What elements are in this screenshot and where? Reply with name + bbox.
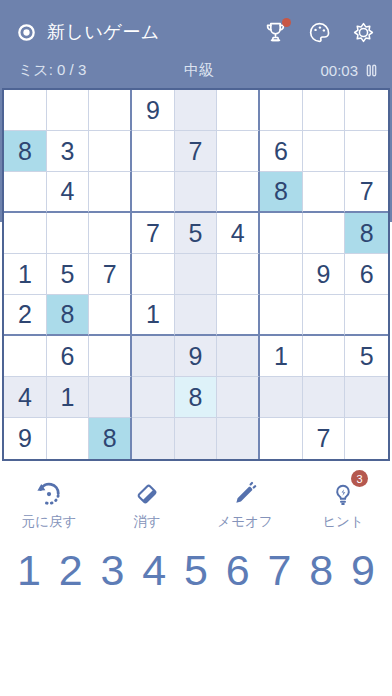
cell-r4c1[interactable] (4, 213, 47, 254)
palette-icon (307, 20, 332, 45)
cell-r1c8[interactable] (303, 90, 346, 131)
cell-r3c5[interactable] (175, 172, 218, 213)
theme-button[interactable] (307, 20, 332, 45)
cell-r1c1[interactable] (4, 90, 47, 131)
cell-r2c3[interactable] (89, 131, 132, 172)
cell-r5c4[interactable] (132, 254, 175, 295)
cell-r6c9[interactable] (345, 295, 388, 336)
cell-r5c8[interactable]: 9 (303, 254, 346, 295)
hint-label: ヒント (322, 513, 363, 531)
board-section: 983764877548157962816915418987 (0, 88, 392, 461)
record-icon (16, 22, 37, 43)
cell-r7c3[interactable] (89, 336, 132, 377)
cell-r4c5[interactable]: 5 (175, 213, 218, 254)
gear-icon (351, 20, 376, 45)
cell-r9c7[interactable] (260, 418, 303, 459)
cell-r8c6[interactable] (217, 377, 260, 418)
cell-r7c2[interactable]: 6 (47, 336, 90, 377)
cell-r1c7[interactable] (260, 90, 303, 131)
numpad-9[interactable]: 9 (351, 544, 375, 598)
cell-r6c1[interactable]: 2 (4, 295, 47, 336)
status-bar: ミス: 0 / 3 中級 00:03 (0, 58, 392, 88)
undo-icon (34, 479, 64, 509)
cell-r6c4[interactable]: 1 (132, 295, 175, 336)
timer-label: 00:03 (320, 62, 358, 79)
cell-r9c8[interactable]: 7 (303, 418, 346, 459)
numpad-1[interactable]: 1 (17, 544, 41, 598)
cell-r7c7[interactable]: 1 (260, 336, 303, 377)
cell-r7c5[interactable]: 9 (175, 336, 218, 377)
cell-r8c7[interactable] (260, 377, 303, 418)
cell-r1c6[interactable] (217, 90, 260, 131)
cell-r7c4[interactable] (132, 336, 175, 377)
cell-r5c5[interactable] (175, 254, 218, 295)
cell-r3c9[interactable]: 7 (345, 172, 388, 213)
cell-r7c9[interactable]: 5 (345, 336, 388, 377)
cell-r4c9[interactable]: 8 (345, 213, 388, 254)
cell-r5c3[interactable]: 7 (89, 254, 132, 295)
cell-r8c1[interactable]: 4 (4, 377, 47, 418)
cell-r4c3[interactable] (89, 213, 132, 254)
cell-r2c4[interactable] (132, 131, 175, 172)
cell-r6c5[interactable] (175, 295, 218, 336)
sudoku-app: 新しいゲーム (0, 0, 392, 696)
cell-r2c6[interactable] (217, 131, 260, 172)
cell-r8c5[interactable]: 8 (175, 377, 218, 418)
cell-r3c3[interactable] (89, 172, 132, 213)
new-game-button[interactable]: 新しいゲーム (16, 20, 160, 44)
cell-r9c1[interactable]: 9 (4, 418, 47, 459)
cell-r5c7[interactable] (260, 254, 303, 295)
eraser-icon (133, 480, 161, 508)
cell-r8c8[interactable] (303, 377, 346, 418)
cell-r2c2[interactable]: 3 (47, 131, 90, 172)
cell-r1c2[interactable] (47, 90, 90, 131)
undo-label: 元に戻す (22, 513, 77, 531)
cell-r4c7[interactable] (260, 213, 303, 254)
cell-r2c1[interactable]: 8 (4, 131, 47, 172)
settings-button[interactable] (351, 20, 376, 45)
cell-r7c8[interactable] (303, 336, 346, 377)
cell-r9c6[interactable] (217, 418, 260, 459)
cell-r1c5[interactable] (175, 90, 218, 131)
cell-r3c1[interactable] (4, 172, 47, 213)
header: 新しいゲーム (0, 0, 392, 58)
cell-r1c9[interactable] (345, 90, 388, 131)
cell-r4c8[interactable] (303, 213, 346, 254)
cell-r2c8[interactable] (303, 131, 346, 172)
cell-r4c6[interactable]: 4 (217, 213, 260, 254)
cell-r5c6[interactable] (217, 254, 260, 295)
cell-r3c2[interactable]: 4 (47, 172, 90, 213)
difficulty-label: 中級 (139, 61, 260, 80)
toolbar: 元に戻す 消す メモオフ (0, 478, 392, 531)
undo-button[interactable]: 元に戻す (0, 478, 98, 531)
cell-r3c6[interactable] (217, 172, 260, 213)
memo-label: メモオフ (217, 513, 272, 531)
cell-r9c5[interactable] (175, 418, 218, 459)
trophy-button[interactable] (263, 20, 288, 45)
numpad-6[interactable]: 6 (226, 544, 250, 598)
cell-r4c2[interactable] (47, 213, 90, 254)
cell-r1c3[interactable] (89, 90, 132, 131)
number-pad: 123456789 (0, 544, 392, 598)
cell-r3c8[interactable] (303, 172, 346, 213)
cell-r9c3[interactable]: 8 (89, 418, 132, 459)
numpad-2[interactable]: 2 (59, 544, 83, 598)
pause-icon[interactable] (363, 62, 380, 79)
numpad-8[interactable]: 8 (309, 544, 333, 598)
numpad-4[interactable]: 4 (142, 544, 166, 598)
cell-r5c9[interactable]: 6 (345, 254, 388, 295)
sudoku-board: 983764877548157962816915418987 (2, 88, 390, 461)
cell-r9c9[interactable] (345, 418, 388, 459)
new-game-label: 新しいゲーム (47, 20, 160, 44)
cell-r2c5[interactable]: 7 (175, 131, 218, 172)
cell-r5c2[interactable]: 5 (47, 254, 90, 295)
pencil-icon (231, 480, 259, 508)
cell-r8c4[interactable] (132, 377, 175, 418)
numpad-5[interactable]: 5 (184, 544, 208, 598)
memo-button[interactable]: メモオフ (196, 478, 294, 531)
cell-r6c7[interactable] (260, 295, 303, 336)
cell-r7c1[interactable] (4, 336, 47, 377)
notification-dot (282, 18, 291, 27)
cell-r6c8[interactable] (303, 295, 346, 336)
hint-button[interactable]: 3 ヒント (294, 478, 392, 531)
cell-r8c2[interactable]: 1 (47, 377, 90, 418)
numpad-7[interactable]: 7 (268, 544, 292, 598)
cell-r6c3[interactable] (89, 295, 132, 336)
erase-button[interactable]: 消す (98, 478, 196, 531)
cell-r4c4[interactable]: 7 (132, 213, 175, 254)
cell-r2c7[interactable]: 6 (260, 131, 303, 172)
numpad-3[interactable]: 3 (101, 544, 125, 598)
cell-r9c4[interactable] (132, 418, 175, 459)
cell-r7c6[interactable] (217, 336, 260, 377)
hint-count-badge: 3 (351, 470, 368, 487)
cell-r6c6[interactable] (217, 295, 260, 336)
cell-r3c7[interactable]: 8 (260, 172, 303, 213)
cell-r1c4[interactable]: 9 (132, 90, 175, 131)
cell-r3c4[interactable] (132, 172, 175, 213)
cell-r9c2[interactable] (47, 418, 90, 459)
cell-r8c9[interactable] (345, 377, 388, 418)
cell-r6c2[interactable]: 8 (47, 295, 90, 336)
cell-r5c1[interactable]: 1 (4, 254, 47, 295)
cell-r2c9[interactable] (345, 131, 388, 172)
cell-r8c3[interactable] (89, 377, 132, 418)
mistakes-label: ミス: 0 / 3 (18, 61, 139, 80)
erase-label: 消す (133, 513, 160, 531)
